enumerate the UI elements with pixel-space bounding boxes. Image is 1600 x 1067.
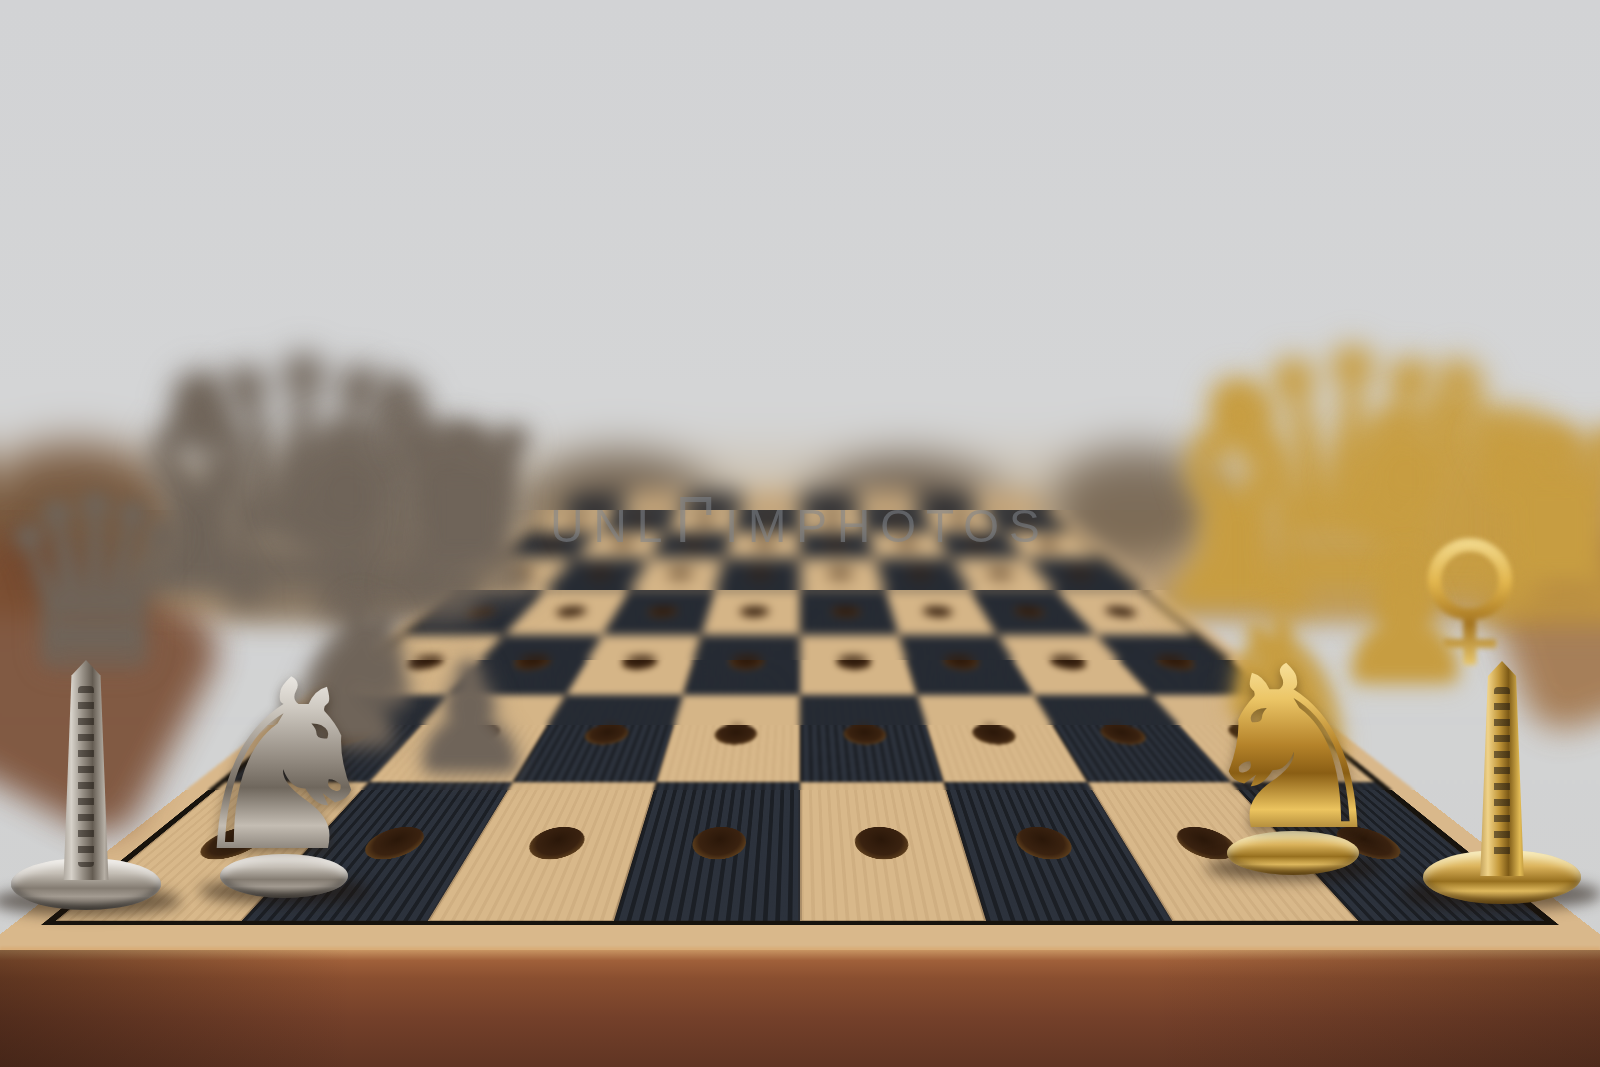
obelisk-shaft — [1470, 661, 1534, 876]
obelisk-shaft — [53, 660, 119, 880]
peg-hole — [940, 656, 982, 670]
peg-hole — [920, 606, 955, 616]
peg-hole — [580, 724, 632, 745]
hieroglyph-marks — [78, 686, 94, 866]
square-e3 — [800, 635, 917, 695]
peg-hole — [830, 606, 862, 616]
silver-obelisk-rook — [11, 638, 161, 910]
peg-hole — [853, 827, 911, 860]
watermark-suffix: IMPHOTOS — [725, 499, 1050, 553]
watermark-bracket-icon — [680, 497, 711, 542]
peg-hole — [826, 570, 853, 578]
anubis-knight-glyph: ♞ — [179, 661, 390, 873]
peg-hole — [1063, 570, 1098, 578]
watermark: UNL IMPHOTOS — [550, 499, 1050, 553]
peg-hole — [738, 606, 770, 616]
peg-hole — [1045, 656, 1091, 670]
peg-hole — [842, 724, 888, 745]
peg-hole — [905, 570, 935, 578]
watermark-prefix: UNL — [550, 499, 672, 553]
peg-hole — [968, 724, 1020, 745]
peg-hole — [665, 570, 695, 578]
hieroglyph-marks — [1494, 687, 1509, 863]
square-d2 — [656, 695, 800, 782]
peg-hole — [584, 570, 616, 578]
peg-hole — [727, 656, 764, 670]
peg-hole — [522, 827, 590, 860]
peg-hole — [1010, 606, 1048, 616]
peg-hole — [746, 570, 773, 578]
gold-obelisk-rook — [1423, 634, 1581, 904]
photo-stage: ♝♛♚♜♛♞♟♝♛♚♜♟♞♀ ♞ ♞ UNL IMPHOTOS — [0, 0, 1600, 1067]
peg-hole — [1010, 827, 1078, 860]
peg-hole — [1094, 724, 1152, 745]
square-d4 — [701, 591, 800, 635]
peg-hole — [689, 827, 747, 860]
board-front-rim — [0, 950, 1600, 1067]
square-e4 — [800, 591, 899, 635]
peg-hole — [618, 656, 660, 670]
peg-hole — [984, 570, 1016, 578]
square-d3 — [683, 635, 800, 695]
gold-anubis-pawn: ♞ — [1193, 625, 1393, 875]
square-d5 — [715, 558, 800, 591]
peg-hole — [712, 724, 758, 745]
square-e5 — [800, 558, 885, 591]
silver-anubis-pawn: ♞ — [184, 638, 384, 898]
blurred-silver-piece: ♟ — [403, 650, 537, 788]
peg-hole — [645, 606, 680, 616]
anubis-knight-glyph: ♞ — [1192, 648, 1394, 851]
peg-hole — [835, 656, 872, 670]
